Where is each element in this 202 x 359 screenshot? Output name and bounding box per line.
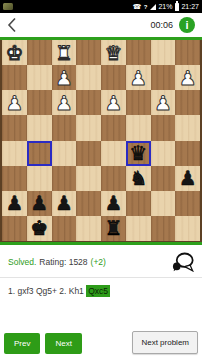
white-pawn-f3: ♟ (55, 93, 73, 113)
square-h6[interactable] (2, 166, 27, 191)
header-bar: 00:06 i (0, 13, 202, 37)
next-problem-button[interactable]: Next problem (132, 331, 198, 354)
square-g6[interactable] (27, 166, 52, 191)
square-c7[interactable] (126, 191, 151, 216)
black-pawn-f7: ♟ (55, 193, 73, 213)
square-g4[interactable] (27, 115, 52, 140)
square-b2[interactable] (151, 65, 176, 90)
square-a5[interactable] (175, 141, 200, 166)
notification-icon (3, 3, 13, 10)
square-f7[interactable]: ♟ (52, 191, 77, 216)
white-pawn-b3: ♟ (154, 93, 172, 113)
square-c6[interactable]: ♞ (126, 166, 151, 191)
battery-percent: 21% (158, 3, 172, 10)
status-bar: ☎ ? 21% 21:27 (0, 0, 202, 13)
app-window: ☎ ? 21% 21:27 00:06 i ♚♜♛♟♟♟♟♟♟♟♛♞♟♟♟♟♟♚… (0, 0, 202, 359)
result-bar: Solved. Rating: 1528 (+2) (0, 245, 202, 278)
square-e5[interactable] (76, 141, 101, 166)
square-b4[interactable] (151, 115, 176, 140)
square-e1[interactable] (76, 40, 101, 65)
black-rook-d8: ♜ (104, 218, 122, 238)
square-d4[interactable] (101, 115, 126, 140)
square-h1[interactable]: ♚ (2, 40, 27, 65)
square-b6[interactable] (151, 166, 176, 191)
square-a8[interactable] (175, 216, 200, 241)
square-h7[interactable]: ♟ (2, 191, 27, 216)
square-a3[interactable] (175, 90, 200, 115)
square-d6[interactable] (101, 166, 126, 191)
square-c5[interactable]: ♛ (126, 141, 151, 166)
square-d1[interactable]: ♛ (101, 40, 126, 65)
square-b5[interactable] (151, 141, 176, 166)
square-h4[interactable] (2, 115, 27, 140)
square-f5[interactable] (52, 141, 77, 166)
network-warning-icon: ? (144, 4, 148, 10)
back-button[interactable] (7, 17, 17, 33)
white-pawn-d3: ♟ (104, 93, 122, 113)
square-e7[interactable] (76, 191, 101, 216)
square-f6[interactable] (52, 166, 77, 191)
status-time: 21:27 (181, 3, 199, 10)
white-pawn-h3: ♟ (5, 93, 23, 113)
black-queen-c5: ♛ (129, 143, 147, 163)
square-h3[interactable]: ♟ (2, 90, 27, 115)
square-g8[interactable]: ♚ (27, 216, 52, 241)
square-e3[interactable] (76, 90, 101, 115)
battery-icon (175, 3, 179, 11)
square-g3[interactable] (27, 90, 52, 115)
square-e6[interactable] (76, 166, 101, 191)
white-pawn-a2: ♟ (179, 68, 197, 88)
square-d8[interactable]: ♜ (101, 216, 126, 241)
white-rook-f1: ♜ (55, 43, 73, 63)
white-queen-d1: ♛ (104, 43, 122, 63)
black-pawn-g7: ♟ (30, 193, 48, 213)
square-c4[interactable] (126, 115, 151, 140)
highlighted-move[interactable]: Qxc5 (86, 285, 110, 297)
square-a7[interactable] (175, 191, 200, 216)
rating-label: Rating: 1528 (39, 257, 87, 267)
white-pawn-f2: ♟ (55, 68, 73, 88)
square-d3[interactable]: ♟ (101, 90, 126, 115)
square-c1[interactable] (126, 40, 151, 65)
button-row: Prev Next Next problem (0, 331, 202, 359)
square-c2[interactable]: ♟ (126, 65, 151, 90)
square-d7[interactable]: ♟ (101, 191, 126, 216)
square-f3[interactable]: ♟ (52, 90, 77, 115)
square-g1[interactable] (27, 40, 52, 65)
square-h2[interactable] (2, 65, 27, 90)
square-g5[interactable] (27, 141, 52, 166)
square-a1[interactable] (175, 40, 200, 65)
square-g2[interactable] (27, 65, 52, 90)
square-f1[interactable]: ♜ (52, 40, 77, 65)
white-pawn-c2: ♟ (129, 68, 147, 88)
phone-icon: ☎ (133, 3, 142, 10)
cellular-signal-icon (150, 4, 156, 10)
move-text: 1. gxf3 Qg5+ 2. Kh1 (8, 286, 86, 296)
square-h5[interactable] (2, 141, 27, 166)
square-b3[interactable]: ♟ (151, 90, 176, 115)
square-c3[interactable] (126, 90, 151, 115)
square-f2[interactable]: ♟ (52, 65, 77, 90)
square-b8[interactable] (151, 216, 176, 241)
square-f4[interactable] (52, 115, 77, 140)
chat-button[interactable] (171, 252, 194, 272)
square-a6[interactable]: ♟ (175, 166, 200, 191)
square-e2[interactable] (76, 65, 101, 90)
square-h8[interactable] (2, 216, 27, 241)
black-king-g8: ♚ (30, 218, 48, 238)
square-a4[interactable] (175, 115, 200, 140)
chess-board: ♚♜♛♟♟♟♟♟♟♟♛♞♟♟♟♟♟♚♜ (0, 40, 202, 242)
square-b1[interactable] (151, 40, 176, 65)
square-f8[interactable] (52, 216, 77, 241)
square-b7[interactable] (151, 191, 176, 216)
rating-delta: (+2) (91, 257, 106, 267)
chat-bubble-icon (171, 252, 194, 272)
square-d5[interactable] (101, 141, 126, 166)
black-pawn-d7: ♟ (104, 193, 122, 213)
info-button[interactable]: i (179, 17, 195, 33)
puzzle-timer: 00:06 (150, 20, 173, 30)
bottom-panel: Solved. Rating: 1528 (+2) 1. gxf3 Qg5+ 2… (0, 245, 202, 359)
white-king-h1: ♚ (5, 43, 23, 63)
square-c8[interactable] (126, 216, 151, 241)
square-g7[interactable]: ♟ (27, 191, 52, 216)
square-e8[interactable] (76, 216, 101, 241)
black-knight-c6: ♞ (129, 168, 147, 188)
square-e4[interactable] (76, 115, 101, 140)
move-list: 1. gxf3 Qg5+ 2. Kh1 Qxc5 (0, 278, 202, 296)
black-pawn-h7: ♟ (5, 193, 23, 213)
black-pawn-a6: ♟ (179, 168, 197, 188)
next-button[interactable]: Next (45, 333, 81, 354)
square-a2[interactable]: ♟ (175, 65, 200, 90)
back-chevron-icon (7, 17, 17, 33)
square-d2[interactable] (101, 65, 126, 90)
solved-label: Solved. (8, 257, 36, 267)
prev-button[interactable]: Prev (4, 333, 40, 354)
